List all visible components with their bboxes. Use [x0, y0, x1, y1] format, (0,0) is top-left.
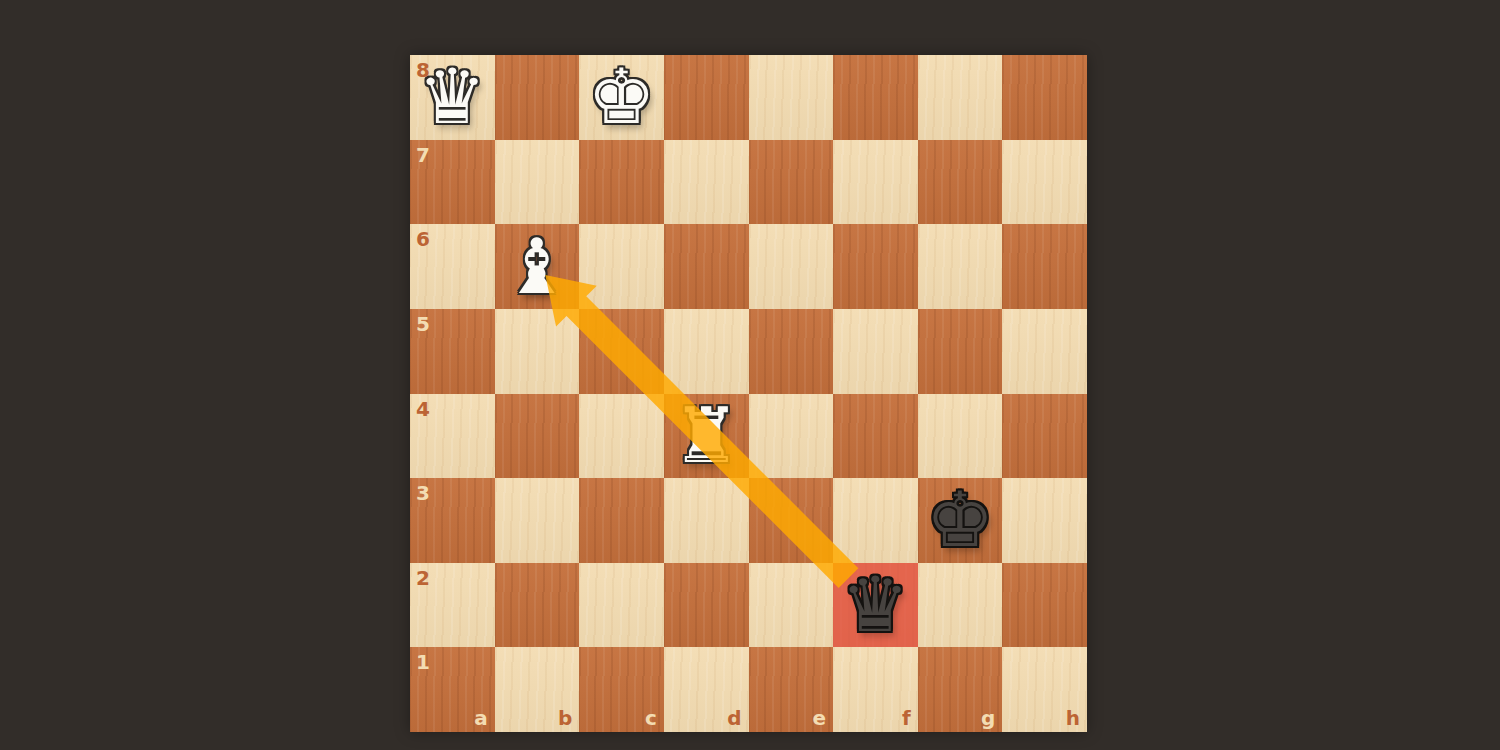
square-h5[interactable] — [1002, 309, 1087, 394]
file-label-h: h — [1066, 706, 1080, 730]
square-e2[interactable] — [749, 563, 834, 648]
square-e4[interactable] — [749, 394, 834, 479]
square-g7[interactable] — [918, 140, 1003, 225]
square-f4[interactable] — [833, 394, 918, 479]
square-e5[interactable] — [749, 309, 834, 394]
file-label-a: a — [474, 706, 488, 730]
square-a3[interactable]: 3 — [410, 478, 495, 563]
square-d4[interactable]: ♜ — [664, 394, 749, 479]
square-c2[interactable] — [579, 563, 664, 648]
square-c7[interactable] — [579, 140, 664, 225]
rank-label-2: 2 — [416, 566, 430, 590]
square-d1[interactable]: d — [664, 647, 749, 732]
file-label-g: g — [981, 706, 995, 730]
square-a6[interactable]: 6 — [410, 224, 495, 309]
rank-label-4: 4 — [416, 397, 430, 421]
square-f5[interactable] — [833, 309, 918, 394]
square-f8[interactable] — [833, 55, 918, 140]
square-b5[interactable] — [495, 309, 580, 394]
square-h6[interactable] — [1002, 224, 1087, 309]
square-h8[interactable] — [1002, 55, 1087, 140]
black-king[interactable]: ♚ — [918, 478, 1003, 563]
square-g6[interactable] — [918, 224, 1003, 309]
square-f1[interactable]: f — [833, 647, 918, 732]
square-e8[interactable] — [749, 55, 834, 140]
black-queen[interactable]: ♛ — [833, 563, 918, 648]
square-a5[interactable]: 5 — [410, 309, 495, 394]
square-h4[interactable] — [1002, 394, 1087, 479]
square-e1[interactable]: e — [749, 647, 834, 732]
rank-label-7: 7 — [416, 143, 430, 167]
square-d2[interactable] — [664, 563, 749, 648]
square-a2[interactable]: 2 — [410, 563, 495, 648]
file-label-d: d — [727, 706, 741, 730]
square-b4[interactable] — [495, 394, 580, 479]
rank-label-8: 8 — [416, 58, 430, 82]
white-bishop[interactable]: ♝ — [495, 224, 580, 309]
square-b2[interactable] — [495, 563, 580, 648]
square-a1[interactable]: 1a — [410, 647, 495, 732]
file-label-f: f — [902, 706, 911, 730]
square-g1[interactable]: g — [918, 647, 1003, 732]
white-king[interactable]: ♚ — [579, 55, 664, 140]
square-b8[interactable] — [495, 55, 580, 140]
square-e6[interactable] — [749, 224, 834, 309]
square-a8[interactable]: ♛8 — [410, 55, 495, 140]
square-d6[interactable] — [664, 224, 749, 309]
square-h1[interactable]: h — [1002, 647, 1087, 732]
square-g4[interactable] — [918, 394, 1003, 479]
square-b7[interactable] — [495, 140, 580, 225]
square-a7[interactable]: 7 — [410, 140, 495, 225]
file-label-c: c — [645, 706, 657, 730]
square-e7[interactable] — [749, 140, 834, 225]
chess-board: ♛8♚76♝54♜3♚2♛1abcdefgh — [410, 55, 1087, 732]
square-b1[interactable]: b — [495, 647, 580, 732]
square-b6[interactable]: ♝ — [495, 224, 580, 309]
square-c4[interactable] — [579, 394, 664, 479]
square-f3[interactable] — [833, 478, 918, 563]
rank-label-6: 6 — [416, 227, 430, 251]
square-b3[interactable] — [495, 478, 580, 563]
square-c6[interactable] — [579, 224, 664, 309]
square-g8[interactable] — [918, 55, 1003, 140]
rank-label-1: 1 — [416, 650, 430, 674]
file-label-e: e — [813, 706, 827, 730]
square-h3[interactable] — [1002, 478, 1087, 563]
square-c8[interactable]: ♚ — [579, 55, 664, 140]
square-d8[interactable] — [664, 55, 749, 140]
square-e3[interactable] — [749, 478, 834, 563]
square-c5[interactable] — [579, 309, 664, 394]
square-h7[interactable] — [1002, 140, 1087, 225]
rank-label-5: 5 — [416, 312, 430, 336]
square-f6[interactable] — [833, 224, 918, 309]
square-d7[interactable] — [664, 140, 749, 225]
square-g5[interactable] — [918, 309, 1003, 394]
square-g3[interactable]: ♚ — [918, 478, 1003, 563]
square-a4[interactable]: 4 — [410, 394, 495, 479]
square-f2[interactable]: ♛ — [833, 563, 918, 648]
square-d3[interactable] — [664, 478, 749, 563]
square-d5[interactable] — [664, 309, 749, 394]
white-rook[interactable]: ♜ — [664, 394, 749, 479]
square-g2[interactable] — [918, 563, 1003, 648]
square-c1[interactable]: c — [579, 647, 664, 732]
square-h2[interactable] — [1002, 563, 1087, 648]
square-f7[interactable] — [833, 140, 918, 225]
file-label-b: b — [558, 706, 572, 730]
square-c3[interactable] — [579, 478, 664, 563]
rank-label-3: 3 — [416, 481, 430, 505]
